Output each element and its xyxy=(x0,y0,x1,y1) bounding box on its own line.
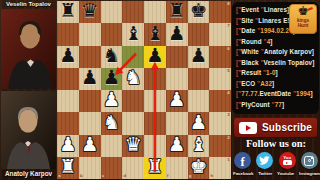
square-c8[interactable] xyxy=(101,1,123,23)
file-label-a: a xyxy=(58,174,60,178)
instagram-icon[interactable] xyxy=(301,152,318,169)
file-label-d: d xyxy=(123,174,126,178)
follow-heading: Follow us on: xyxy=(233,138,319,149)
photo-karpov xyxy=(1,91,56,169)
piece-white-p-f2[interactable]: ♟ xyxy=(168,135,185,155)
piece-black-r-f8[interactable]: ♜ xyxy=(168,1,185,21)
rank-label-3: 3 xyxy=(227,113,229,117)
square-g7[interactable] xyxy=(188,23,210,45)
square-f6[interactable] xyxy=(166,46,188,68)
piece-black-q-b8[interactable]: ♛ xyxy=(81,1,98,21)
square-g1[interactable]: ♚g xyxy=(188,157,210,179)
social-icons-row: f You xyxy=(233,152,319,169)
piece-black-k-g8[interactable]: ♚ xyxy=(190,1,207,21)
square-c5[interactable]: ♟ xyxy=(101,68,123,90)
twitter-bird-icon xyxy=(259,156,270,165)
file-label-b: b xyxy=(80,174,83,178)
piece-white-k-g1[interactable]: ♚ xyxy=(190,157,207,177)
square-d6[interactable] xyxy=(122,46,144,68)
square-c7[interactable] xyxy=(101,23,123,45)
rank-label-7: 7 xyxy=(227,24,229,28)
file-label-c: c xyxy=(102,174,104,178)
square-e5[interactable] xyxy=(144,68,166,90)
pgn-tag-White: ["White "Anatoly Karpov] xyxy=(236,47,319,58)
square-a3[interactable] xyxy=(57,112,79,134)
pgn-tag-Black: ["Black "Veselin Topalov] xyxy=(236,58,319,69)
square-e1[interactable]: ♜e xyxy=(144,157,166,179)
piece-black-b-d7[interactable]: ♝ xyxy=(124,24,141,44)
player-name-top: Veselin Topalov xyxy=(0,1,57,7)
square-d1[interactable]: d xyxy=(122,157,144,179)
twitter-icon[interactable] xyxy=(256,152,273,169)
thumbnail-stage: Veselin Topalov Anatoly Karpov ♜♛♜♚8♝♝♟7… xyxy=(0,0,320,180)
karpov-portrait-art xyxy=(1,91,56,169)
red-flag-icon xyxy=(307,7,313,11)
square-b4[interactable] xyxy=(79,90,101,112)
piece-black-p-c5[interactable]: ♟ xyxy=(103,68,120,88)
square-f1[interactable]: f xyxy=(166,157,188,179)
square-a6[interactable]: ♟ xyxy=(57,46,79,68)
subscribe-button[interactable]: Subscribe xyxy=(233,117,318,138)
square-a7[interactable] xyxy=(57,23,79,45)
pgn-tag-EventDate: ["77.77.EventDate "1994] xyxy=(236,89,319,100)
rank-label-2: 2 xyxy=(227,136,229,140)
square-h1[interactable]: 1h xyxy=(209,157,231,179)
square-f4[interactable]: ♟ xyxy=(166,90,188,112)
square-h4[interactable]: 4 xyxy=(209,90,231,112)
rank-label-1: 1 xyxy=(227,158,229,162)
rank-label-5: 5 xyxy=(227,69,229,73)
square-d2[interactable]: ♛ xyxy=(122,135,144,157)
square-f3[interactable] xyxy=(166,112,188,134)
square-a5[interactable] xyxy=(57,68,79,90)
piece-white-r-a1[interactable]: ♜ xyxy=(59,157,76,177)
square-g3[interactable]: ♟ xyxy=(188,112,210,134)
square-e6[interactable]: ♟ xyxy=(144,46,166,68)
square-f8[interactable]: ♜ xyxy=(166,1,188,23)
rank-label-6: 6 xyxy=(227,47,229,51)
square-e3[interactable] xyxy=(144,112,166,134)
square-d3[interactable] xyxy=(122,112,144,134)
piece-black-p-a6[interactable]: ♟ xyxy=(59,46,76,66)
square-h7[interactable]: 7 xyxy=(209,23,231,45)
square-g2[interactable]: ♝ xyxy=(188,135,210,157)
facebook-icon[interactable]: f xyxy=(234,152,251,169)
square-b5[interactable]: ♟ xyxy=(79,68,101,90)
square-f5[interactable] xyxy=(166,68,188,90)
square-f2[interactable]: ♟ xyxy=(166,135,188,157)
file-label-e: e xyxy=(145,174,147,178)
piece-black-p-b5[interactable]: ♟ xyxy=(81,68,98,88)
piece-white-q-d2[interactable]: ♛ xyxy=(124,135,141,155)
youtube-play-icon xyxy=(239,122,257,134)
square-g4[interactable] xyxy=(188,90,210,112)
square-c6[interactable]: ♞ xyxy=(101,46,123,68)
square-h3[interactable]: 3 xyxy=(209,112,231,134)
square-h2[interactable]: 2 xyxy=(209,135,231,157)
square-e2[interactable] xyxy=(144,135,166,157)
photo-topalov xyxy=(1,9,56,89)
square-h6[interactable]: 6 xyxy=(209,46,231,68)
square-b2[interactable]: ♟ xyxy=(79,135,101,157)
square-d4[interactable] xyxy=(122,90,144,112)
square-f7[interactable]: ♟ xyxy=(166,23,188,45)
rank-label-4: 4 xyxy=(227,91,229,95)
facebook-label: Facebook xyxy=(233,171,254,176)
instagram-label: Instagram xyxy=(299,171,320,176)
piece-white-p-b2[interactable]: ♟ xyxy=(81,135,98,155)
pgn-tag-Round: ["Round "4] xyxy=(236,37,319,48)
piece-black-r-a8[interactable]: ♜ xyxy=(59,1,76,21)
square-a4[interactable] xyxy=(57,90,79,112)
piece-white-p-g3[interactable]: ♟ xyxy=(190,113,207,133)
piece-black-p-f7[interactable]: ♟ xyxy=(168,24,185,44)
topalov-portrait-art xyxy=(1,9,56,89)
square-b7[interactable] xyxy=(79,23,101,45)
pgn-tag-Result: ["Result "1-0] xyxy=(236,68,319,79)
square-a1[interactable]: ♜a xyxy=(57,157,79,179)
file-label-h: h xyxy=(210,174,213,178)
piece-white-b-g2[interactable]: ♝ xyxy=(190,135,207,155)
piece-white-p-f4[interactable]: ♟ xyxy=(168,90,185,110)
square-b8[interactable]: ♛ xyxy=(79,1,101,23)
file-label-g: g xyxy=(189,174,192,178)
piece-white-r-e1[interactable]: ♜ xyxy=(146,157,163,177)
pgn-tag-PlyCount: ["PlyCount "77] xyxy=(236,100,319,111)
piece-black-b-e7[interactable]: ♝ xyxy=(146,24,163,44)
twitter-label: Twitter xyxy=(258,171,272,176)
piece-black-n-c6[interactable]: ♞ xyxy=(103,46,120,66)
square-c1[interactable]: c xyxy=(101,157,123,179)
square-d7[interactable]: ♝ xyxy=(122,23,144,45)
king-icon: ♚ xyxy=(297,5,308,18)
square-c3[interactable]: ♞ xyxy=(101,112,123,134)
player-name-bottom: Anatoly Karpov xyxy=(0,170,57,177)
square-a2[interactable]: ♟ xyxy=(57,135,79,157)
square-c4[interactable]: ♟ xyxy=(101,90,123,112)
square-d8[interactable] xyxy=(122,1,144,23)
square-d5[interactable]: ♞ xyxy=(122,68,144,90)
piece-black-p-e6[interactable]: ♟ xyxy=(146,46,163,66)
square-b1[interactable]: b xyxy=(79,157,101,179)
youtube-icon[interactable]: You xyxy=(279,152,296,169)
social-labels-row: Facebook Twitter Youtube Instagram xyxy=(233,171,320,176)
square-e7[interactable]: ♝ xyxy=(144,23,166,45)
square-g5[interactable] xyxy=(188,68,210,90)
square-g6[interactable]: ♟ xyxy=(188,46,210,68)
youtube-label: Youtube xyxy=(277,171,294,176)
instagram-camera-icon xyxy=(304,156,314,166)
square-e8[interactable] xyxy=(144,1,166,23)
piece-white-p-a2[interactable]: ♟ xyxy=(59,135,76,155)
subscribe-label: Subscribe xyxy=(262,122,312,133)
piece-white-p-c4[interactable]: ♟ xyxy=(103,90,120,110)
kings-hunt-logo: ♚ kings Hunt xyxy=(289,4,317,34)
rank-label-8: 8 xyxy=(227,2,229,6)
square-b6[interactable] xyxy=(79,46,101,68)
square-h8[interactable]: 8 xyxy=(209,1,231,23)
piece-black-p-g6[interactable]: ♟ xyxy=(190,46,207,66)
piece-white-n-c3[interactable]: ♞ xyxy=(103,113,120,133)
piece-white-n-d5[interactable]: ♞ xyxy=(124,68,141,88)
chess-board: ♜♛♜♚8♝♝♟7♟♞♟♟6♟♟♞5♟♟4♞♟3♟♟♛♟♝2♜abcd♜ef♚g… xyxy=(57,1,231,179)
square-h5[interactable]: 5 xyxy=(209,68,231,90)
square-a8[interactable]: ♜ xyxy=(57,1,79,23)
square-g8[interactable]: ♚ xyxy=(188,1,210,23)
square-e4[interactable] xyxy=(144,90,166,112)
pgn-tag-ECO: ["ECO "A32] xyxy=(236,79,319,90)
square-b3[interactable] xyxy=(79,112,101,134)
file-label-f: f xyxy=(167,174,168,178)
square-c2[interactable] xyxy=(101,135,123,157)
logo-text-line2: Hunt xyxy=(298,23,308,28)
